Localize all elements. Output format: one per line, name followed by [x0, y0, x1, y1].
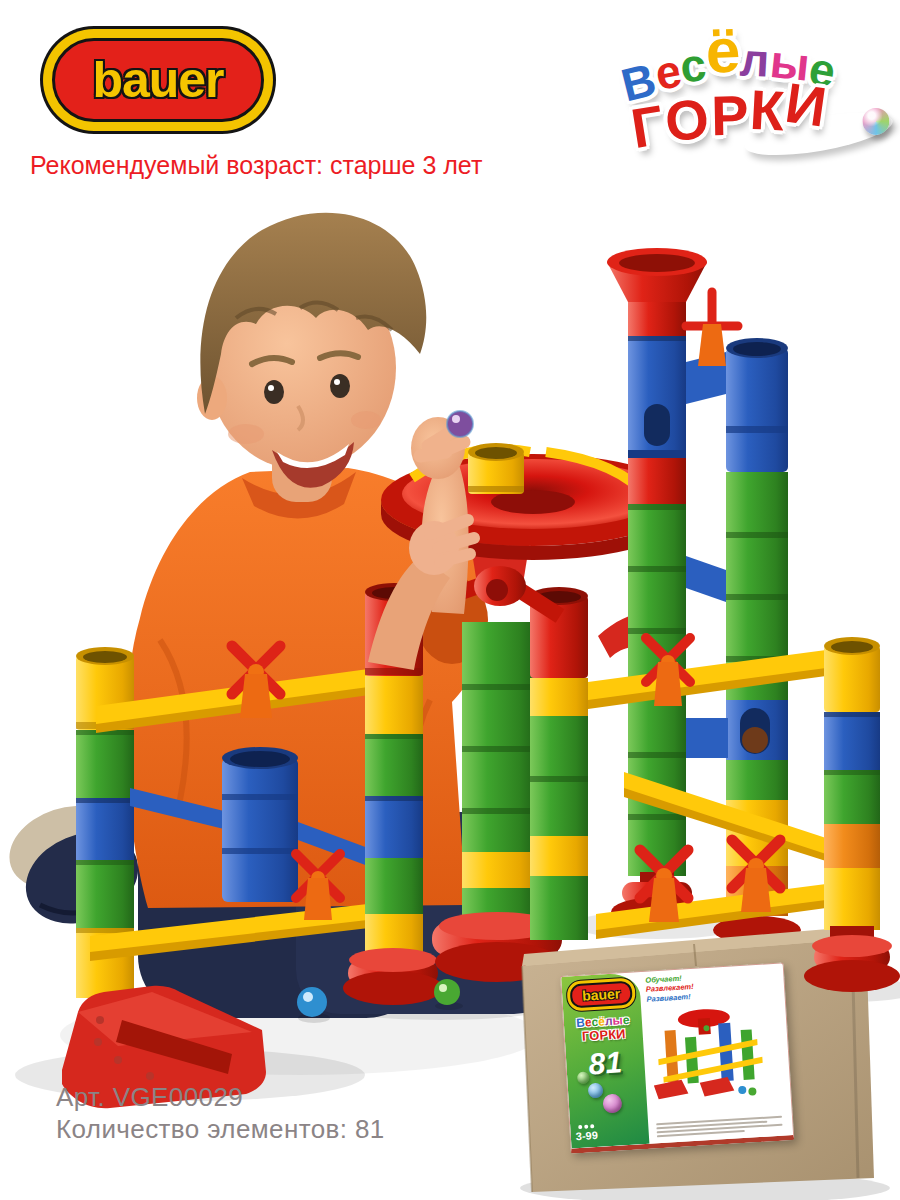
box-label-left-panel: bauer Весёлые ГОРКИ 81 3-99 — [561, 972, 649, 1148]
box-label-right-panel: Обучает! Развлекает! Развивает! — [639, 963, 793, 1143]
marble-in-hand — [447, 411, 473, 437]
elements-count-line: Количество элементов: 81 — [56, 1114, 385, 1146]
logo-letter: е — [622, 1014, 629, 1026]
bauer-logo-small: bauer — [570, 981, 633, 1009]
sku-line: Арт. VGE00029 — [56, 1082, 385, 1114]
boy-head — [197, 213, 426, 488]
rail-top-right — [588, 650, 826, 709]
label-product-art — [643, 994, 787, 1106]
bauer-logo-small-text: bauer — [582, 985, 621, 1003]
box-label: bauer Весёлые ГОРКИ 81 3-99 Обучает! Раз… — [560, 962, 794, 1153]
product-page: bauer Рекомендуемый возраст: старше 3 ле… — [0, 0, 900, 1200]
label-marbles-art — [571, 1068, 644, 1116]
product-logo-small-line2: ГОРКИ — [577, 1026, 631, 1044]
product-logo-small: Весёлые ГОРКИ — [576, 1012, 631, 1044]
logo-letter: ы — [612, 1014, 623, 1027]
age-range-badge: 3-99 — [575, 1124, 598, 1142]
toy-right-assembly — [588, 248, 826, 944]
dish-top-cup — [468, 443, 524, 494]
logo-letter: И — [616, 1028, 626, 1042]
label-fine-print — [656, 1114, 783, 1140]
age-range-text: 3-99 — [575, 1129, 598, 1142]
footer-caption: Арт. VGE00029 Количество элементов: 81 — [56, 1082, 385, 1145]
tower-support-right — [530, 587, 588, 940]
